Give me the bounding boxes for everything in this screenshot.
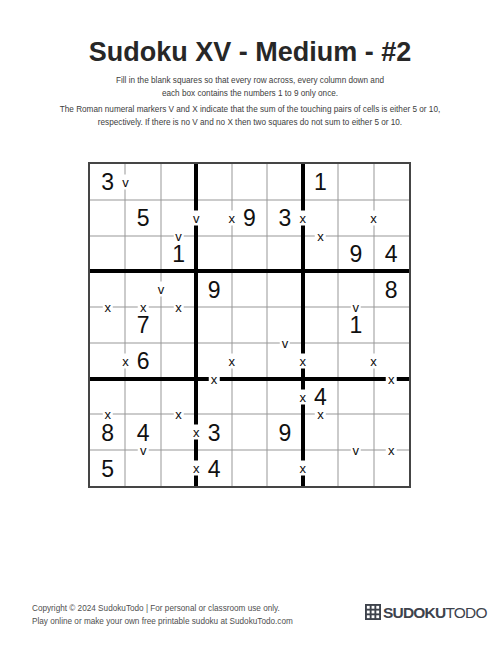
cell-r4c8 bbox=[338, 271, 373, 307]
given-digit: 5 bbox=[137, 207, 150, 230]
cell-r6c6 bbox=[267, 343, 302, 379]
cell-r7c6 bbox=[267, 379, 302, 415]
instructions-basic-line1: Fill in the blank squares so that every … bbox=[0, 75, 500, 88]
given-digit: 3 bbox=[208, 422, 221, 445]
cell-r5c3 bbox=[161, 307, 196, 343]
sudokutodo-logo: SUDOKU TODO bbox=[365, 604, 487, 622]
cell-r9c9 bbox=[374, 450, 409, 486]
board-cells: 31593194987164843954 bbox=[90, 164, 409, 486]
cell-r7c7: 4 bbox=[303, 379, 338, 415]
cell-r8c6: 9 bbox=[267, 414, 302, 450]
given-digit: 6 bbox=[137, 350, 150, 373]
cell-r3c9: 4 bbox=[374, 236, 409, 272]
logo-text-light: TODO bbox=[445, 604, 486, 622]
sudoku-grid-icon bbox=[365, 604, 381, 624]
cell-r9c2 bbox=[125, 450, 160, 486]
given-digit: 4 bbox=[385, 243, 398, 266]
cell-r4c6 bbox=[267, 271, 302, 307]
cell-r4c5 bbox=[232, 271, 267, 307]
cell-r5c7 bbox=[303, 307, 338, 343]
given-digit: 9 bbox=[349, 243, 362, 266]
cell-r5c6 bbox=[267, 307, 302, 343]
instructions-basic: Fill in the blank squares so that every … bbox=[0, 75, 500, 100]
given-digit: 4 bbox=[314, 386, 327, 409]
instructions-xv-line1: The Roman numeral markers V and X indica… bbox=[0, 104, 500, 117]
cell-r3c4 bbox=[196, 236, 231, 272]
cell-r2c7 bbox=[303, 200, 338, 236]
cell-r9c4: 4 bbox=[196, 450, 231, 486]
cell-r5c1 bbox=[90, 307, 125, 343]
cell-r8c4: 3 bbox=[196, 414, 231, 450]
cell-r1c6 bbox=[267, 164, 302, 200]
cell-r5c9 bbox=[374, 307, 409, 343]
cell-r9c5 bbox=[232, 450, 267, 486]
cell-r4c1 bbox=[90, 271, 125, 307]
footer-copyright-line1: Copyright © 2024 SudokuTodo | For person… bbox=[32, 602, 293, 615]
cell-r8c9 bbox=[374, 414, 409, 450]
cell-r1c5 bbox=[232, 164, 267, 200]
given-digit: 9 bbox=[279, 422, 292, 445]
cell-r2c9 bbox=[374, 200, 409, 236]
given-digit: 1 bbox=[172, 243, 185, 266]
cell-r4c9: 8 bbox=[374, 271, 409, 307]
sudoku-board: 31593194987164843954 vvxxxvxxxxxxxxvxxxx… bbox=[88, 162, 411, 488]
cell-r2c8 bbox=[338, 200, 373, 236]
page: Sudoku XV - Medium - #2 Fill in the blan… bbox=[0, 0, 500, 647]
cell-r4c2 bbox=[125, 271, 160, 307]
cell-r8c7 bbox=[303, 414, 338, 450]
puzzle-title: Sudoku XV - Medium - #2 bbox=[0, 35, 500, 69]
cell-r1c2 bbox=[125, 164, 160, 200]
cell-r2c3 bbox=[161, 200, 196, 236]
given-digit: 3 bbox=[279, 207, 292, 230]
instructions-xv-line2: respectively. If there is no V and no X … bbox=[0, 117, 500, 130]
cell-r8c3 bbox=[161, 414, 196, 450]
cell-r6c8 bbox=[338, 343, 373, 379]
cell-r9c6 bbox=[267, 450, 302, 486]
cell-r7c8 bbox=[338, 379, 373, 415]
cell-r6c9 bbox=[374, 343, 409, 379]
cell-r7c5 bbox=[232, 379, 267, 415]
cell-r4c3 bbox=[161, 271, 196, 307]
cell-r3c6 bbox=[267, 236, 302, 272]
cell-r7c2 bbox=[125, 379, 160, 415]
cell-r1c1: 3 bbox=[90, 164, 125, 200]
cell-r2c2: 5 bbox=[125, 200, 160, 236]
cell-r6c1 bbox=[90, 343, 125, 379]
cell-r5c4 bbox=[196, 307, 231, 343]
given-digit: 3 bbox=[101, 171, 114, 194]
cell-r3c3: 1 bbox=[161, 236, 196, 272]
cell-r1c9 bbox=[374, 164, 409, 200]
given-digit: 8 bbox=[101, 422, 114, 445]
given-digit: 1 bbox=[314, 171, 327, 194]
cell-r1c3 bbox=[161, 164, 196, 200]
given-digit: 9 bbox=[208, 279, 221, 302]
cell-r8c1: 8 bbox=[90, 414, 125, 450]
cell-r5c2: 7 bbox=[125, 307, 160, 343]
cell-r1c8 bbox=[338, 164, 373, 200]
cell-r4c7 bbox=[303, 271, 338, 307]
cell-r5c5 bbox=[232, 307, 267, 343]
cell-r6c4 bbox=[196, 343, 231, 379]
cell-r8c5 bbox=[232, 414, 267, 450]
cell-r1c7: 1 bbox=[303, 164, 338, 200]
cell-r9c8 bbox=[338, 450, 373, 486]
given-digit: 5 bbox=[101, 458, 114, 481]
cell-r6c2: 6 bbox=[125, 343, 160, 379]
cell-r3c2 bbox=[125, 236, 160, 272]
cell-r2c1 bbox=[90, 200, 125, 236]
cell-r4c4: 9 bbox=[196, 271, 231, 307]
cell-r7c1 bbox=[90, 379, 125, 415]
footer-copyright-line2: Play online or make your own free printa… bbox=[32, 615, 293, 628]
cell-r2c6: 3 bbox=[267, 200, 302, 236]
cell-r9c7 bbox=[303, 450, 338, 486]
given-digit: 4 bbox=[208, 458, 221, 481]
instructions-basic-line2: each box contains the numbers 1 to 9 onl… bbox=[0, 88, 500, 101]
given-digit: 9 bbox=[243, 207, 256, 230]
cell-r7c3 bbox=[161, 379, 196, 415]
given-digit: 4 bbox=[137, 422, 150, 445]
cell-r5c8: 1 bbox=[338, 307, 373, 343]
cell-r6c3 bbox=[161, 343, 196, 379]
cell-r3c8: 9 bbox=[338, 236, 373, 272]
cell-r9c3 bbox=[161, 450, 196, 486]
cell-r3c5 bbox=[232, 236, 267, 272]
instructions-xv: The Roman numeral markers V and X indica… bbox=[0, 104, 500, 129]
given-digit: 8 bbox=[385, 279, 398, 302]
cell-r2c5: 9 bbox=[232, 200, 267, 236]
cell-r8c8 bbox=[338, 414, 373, 450]
cell-r7c9 bbox=[374, 379, 409, 415]
cell-r3c1 bbox=[90, 236, 125, 272]
footer-copyright: Copyright © 2024 SudokuTodo | For person… bbox=[32, 602, 293, 628]
cell-r6c7 bbox=[303, 343, 338, 379]
cell-r3c7 bbox=[303, 236, 338, 272]
cell-r8c2: 4 bbox=[125, 414, 160, 450]
cell-r2c4 bbox=[196, 200, 231, 236]
given-digit: 7 bbox=[137, 314, 150, 337]
logo-text-bold: SUDOKU bbox=[383, 604, 445, 622]
cell-r7c4 bbox=[196, 379, 231, 415]
cell-r9c1: 5 bbox=[90, 450, 125, 486]
given-digit: 1 bbox=[349, 314, 362, 337]
cell-r6c5 bbox=[232, 343, 267, 379]
cell-r1c4 bbox=[196, 164, 231, 200]
